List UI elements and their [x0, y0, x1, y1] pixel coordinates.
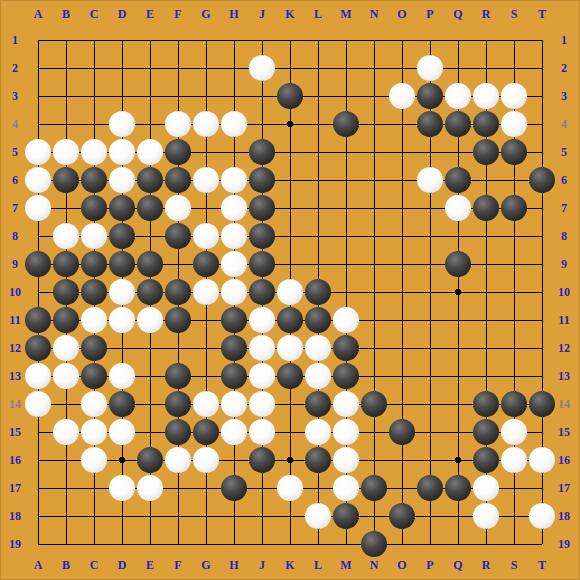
black-stone-Q4[interactable] — [445, 111, 471, 137]
black-stone-E10[interactable] — [137, 279, 163, 305]
black-stone-D8[interactable] — [109, 223, 135, 249]
black-stone-L16[interactable] — [305, 447, 331, 473]
black-stone-F11[interactable] — [165, 307, 191, 333]
black-stone-O15[interactable] — [389, 419, 415, 445]
black-stone-L10[interactable] — [305, 279, 331, 305]
black-stone-J5[interactable] — [249, 139, 275, 165]
black-stone-H13[interactable] — [221, 363, 247, 389]
black-stone-B11[interactable] — [53, 307, 79, 333]
white-stone-G8[interactable] — [193, 223, 219, 249]
black-stone-C6[interactable] — [81, 167, 107, 193]
white-stone-D13[interactable] — [109, 363, 135, 389]
black-stone-B9[interactable] — [53, 251, 79, 277]
white-stone-M14[interactable] — [333, 391, 359, 417]
white-stone-H9[interactable] — [221, 251, 247, 277]
black-stone-L14[interactable] — [305, 391, 331, 417]
black-stone-J8[interactable] — [249, 223, 275, 249]
white-stone-D10[interactable] — [109, 279, 135, 305]
white-stone-L15[interactable] — [305, 419, 331, 445]
white-stone-C8[interactable] — [81, 223, 107, 249]
black-stone-E9[interactable] — [137, 251, 163, 277]
white-stone-Q3[interactable] — [445, 83, 471, 109]
black-stone-H11[interactable] — [221, 307, 247, 333]
black-stone-D7[interactable] — [109, 195, 135, 221]
black-stone-E16[interactable] — [137, 447, 163, 473]
white-stone-C14[interactable] — [81, 391, 107, 417]
black-stone-P4[interactable] — [417, 111, 443, 137]
black-stone-R4[interactable] — [473, 111, 499, 137]
white-stone-S16[interactable] — [501, 447, 527, 473]
white-stone-R18[interactable] — [473, 503, 499, 529]
white-stone-A13[interactable] — [25, 363, 51, 389]
white-stone-A7[interactable] — [25, 195, 51, 221]
white-stone-E5[interactable] — [137, 139, 163, 165]
black-stone-A12[interactable] — [25, 335, 51, 361]
black-stone-J7[interactable] — [249, 195, 275, 221]
black-stone-A11[interactable] — [25, 307, 51, 333]
black-stone-F6[interactable] — [165, 167, 191, 193]
black-stone-R5[interactable] — [473, 139, 499, 165]
white-stone-R3[interactable] — [473, 83, 499, 109]
white-stone-H6[interactable] — [221, 167, 247, 193]
black-stone-S14[interactable] — [501, 391, 527, 417]
white-stone-B5[interactable] — [53, 139, 79, 165]
white-stone-P2[interactable] — [417, 55, 443, 81]
black-stone-O18[interactable] — [389, 503, 415, 529]
black-stone-F8[interactable] — [165, 223, 191, 249]
white-stone-G16[interactable] — [193, 447, 219, 473]
white-stone-H15[interactable] — [221, 419, 247, 445]
black-stone-T14[interactable] — [529, 391, 555, 417]
white-stone-D11[interactable] — [109, 307, 135, 333]
white-stone-J15[interactable] — [249, 419, 275, 445]
black-stone-K13[interactable] — [277, 363, 303, 389]
white-stone-E11[interactable] — [137, 307, 163, 333]
white-stone-K12[interactable] — [277, 335, 303, 361]
star-point-Q10 — [455, 289, 461, 295]
black-stone-E6[interactable] — [137, 167, 163, 193]
white-stone-C15[interactable] — [81, 419, 107, 445]
white-stone-C5[interactable] — [81, 139, 107, 165]
black-stone-H12[interactable] — [221, 335, 247, 361]
white-stone-T16[interactable] — [529, 447, 555, 473]
white-stone-H7[interactable] — [221, 195, 247, 221]
black-stone-F15[interactable] — [165, 419, 191, 445]
white-stone-B13[interactable] — [53, 363, 79, 389]
white-stone-H14[interactable] — [221, 391, 247, 417]
black-stone-R16[interactable] — [473, 447, 499, 473]
black-stone-S5[interactable] — [501, 139, 527, 165]
white-stone-M11[interactable] — [333, 307, 359, 333]
white-stone-F7[interactable] — [165, 195, 191, 221]
white-stone-A5[interactable] — [25, 139, 51, 165]
black-stone-Q6[interactable] — [445, 167, 471, 193]
white-stone-H10[interactable] — [221, 279, 247, 305]
white-stone-R17[interactable] — [473, 475, 499, 501]
black-stone-M4[interactable] — [333, 111, 359, 137]
black-stone-S7[interactable] — [501, 195, 527, 221]
white-stone-L18[interactable] — [305, 503, 331, 529]
white-stone-G14[interactable] — [193, 391, 219, 417]
white-stone-T18[interactable] — [529, 503, 555, 529]
white-stone-B8[interactable] — [53, 223, 79, 249]
black-stone-C9[interactable] — [81, 251, 107, 277]
black-stone-C13[interactable] — [81, 363, 107, 389]
black-stone-N19[interactable] — [361, 531, 387, 557]
black-stone-B10[interactable] — [53, 279, 79, 305]
white-stone-O3[interactable] — [389, 83, 415, 109]
black-stone-M18[interactable] — [333, 503, 359, 529]
black-stone-Q17[interactable] — [445, 475, 471, 501]
white-stone-M16[interactable] — [333, 447, 359, 473]
black-stone-D9[interactable] — [109, 251, 135, 277]
white-stone-D15[interactable] — [109, 419, 135, 445]
white-stone-H8[interactable] — [221, 223, 247, 249]
white-stone-B15[interactable] — [53, 419, 79, 445]
black-stone-P17[interactable] — [417, 475, 443, 501]
white-stone-D6[interactable] — [109, 167, 135, 193]
black-stone-G9[interactable] — [193, 251, 219, 277]
white-stone-F4[interactable] — [165, 111, 191, 137]
white-stone-F16[interactable] — [165, 447, 191, 473]
black-stone-Q9[interactable] — [445, 251, 471, 277]
go-board: AABBCCDDEEFFGGHHJJKKLLMMNNOOPPQQRRSSTT11… — [0, 0, 580, 580]
white-stone-B12[interactable] — [53, 335, 79, 361]
white-stone-J14[interactable] — [249, 391, 275, 417]
black-stone-F14[interactable] — [165, 391, 191, 417]
black-stone-K3[interactable] — [277, 83, 303, 109]
white-stone-J11[interactable] — [249, 307, 275, 333]
black-stone-J16[interactable] — [249, 447, 275, 473]
black-stone-E7[interactable] — [137, 195, 163, 221]
white-stone-S15[interactable] — [501, 419, 527, 445]
white-stone-S4[interactable] — [501, 111, 527, 137]
black-stone-N14[interactable] — [361, 391, 387, 417]
black-stone-M12[interactable] — [333, 335, 359, 361]
star-point-K4 — [287, 121, 293, 127]
black-stone-N17[interactable] — [361, 475, 387, 501]
black-stone-L11[interactable] — [305, 307, 331, 333]
black-stone-C10[interactable] — [81, 279, 107, 305]
black-stone-F10[interactable] — [165, 279, 191, 305]
white-stone-J12[interactable] — [249, 335, 275, 361]
white-stone-J13[interactable] — [249, 363, 275, 389]
black-stone-R15[interactable] — [473, 419, 499, 445]
black-stone-R7[interactable] — [473, 195, 499, 221]
white-stone-K17[interactable] — [277, 475, 303, 501]
star-point-K16 — [287, 457, 293, 463]
black-stone-J9[interactable] — [249, 251, 275, 277]
white-stone-A14[interactable] — [25, 391, 51, 417]
white-stone-M15[interactable] — [333, 419, 359, 445]
white-stone-C11[interactable] — [81, 307, 107, 333]
white-stone-D17[interactable] — [109, 475, 135, 501]
black-stone-M13[interactable] — [333, 363, 359, 389]
white-stone-K10[interactable] — [277, 279, 303, 305]
white-stone-C16[interactable] — [81, 447, 107, 473]
white-stone-L13[interactable] — [305, 363, 331, 389]
white-stone-G6[interactable] — [193, 167, 219, 193]
black-stone-G15[interactable] — [193, 419, 219, 445]
white-stone-D4[interactable] — [109, 111, 135, 137]
white-stone-H4[interactable] — [221, 111, 247, 137]
black-stone-B6[interactable] — [53, 167, 79, 193]
star-point-D16 — [119, 457, 125, 463]
white-stone-J2[interactable] — [249, 55, 275, 81]
white-stone-G4[interactable] — [193, 111, 219, 137]
black-stone-F5[interactable] — [165, 139, 191, 165]
black-stone-J10[interactable] — [249, 279, 275, 305]
black-stone-R14[interactable] — [473, 391, 499, 417]
black-stone-T6[interactable] — [529, 167, 555, 193]
white-stone-M17[interactable] — [333, 475, 359, 501]
white-stone-Q7[interactable] — [445, 195, 471, 221]
white-stone-E17[interactable] — [137, 475, 163, 501]
black-stone-F13[interactable] — [165, 363, 191, 389]
white-stone-D5[interactable] — [109, 139, 135, 165]
black-stone-P3[interactable] — [417, 83, 443, 109]
black-stone-H17[interactable] — [221, 475, 247, 501]
white-stone-S3[interactable] — [501, 83, 527, 109]
black-stone-K11[interactable] — [277, 307, 303, 333]
white-stone-A6[interactable] — [25, 167, 51, 193]
black-stone-J6[interactable] — [249, 167, 275, 193]
black-stone-D14[interactable] — [109, 391, 135, 417]
black-stone-A9[interactable] — [25, 251, 51, 277]
white-stone-G10[interactable] — [193, 279, 219, 305]
star-point-Q16 — [455, 457, 461, 463]
white-stone-P6[interactable] — [417, 167, 443, 193]
white-stone-L12[interactable] — [305, 335, 331, 361]
black-stone-C7[interactable] — [81, 195, 107, 221]
black-stone-C12[interactable] — [81, 335, 107, 361]
